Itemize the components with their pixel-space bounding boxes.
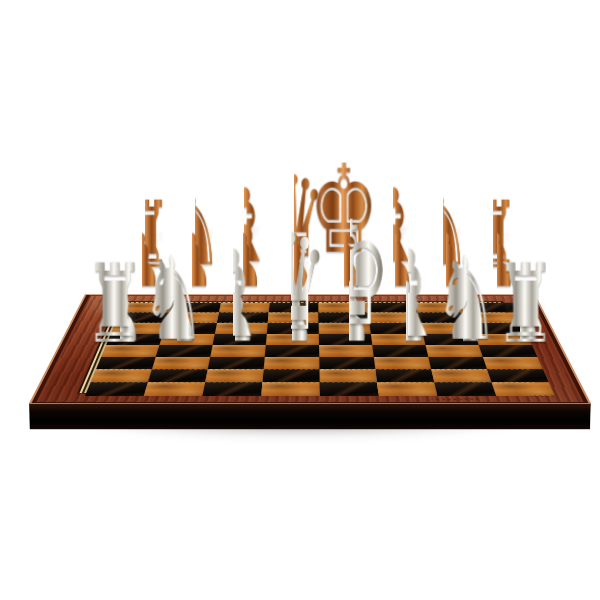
square-g1: ♞♞ [434, 382, 496, 396]
square-h1: ♜♜ [492, 382, 555, 396]
square-e1: ♚♚ [320, 382, 379, 396]
square-a1: ♜♜ [85, 382, 148, 396]
piece-reflection: ♞ [140, 280, 206, 395]
inlay-band: ♜♜♞♞♝♝♛♛♚♚♝♝♞♞♜♜♟♟♟♟♟♟♟♟♟♟♟♟♟♟♟♟♟♟♟♟♟♟♟♟… [78, 301, 541, 393]
piece-reflection: ♞ [434, 280, 500, 395]
engraving-mark [431, 398, 478, 400]
piece-reflection: ♜ [494, 287, 556, 395]
chess-set-scene: ♜♜♞♞♝♝♛♛♚♚♝♝♞♞♜♜♟♟♟♟♟♟♟♟♟♟♟♟♟♟♟♟♟♟♟♟♟♟♟♟… [60, 93, 560, 593]
piece-reflection: ♜ [84, 287, 146, 395]
board-front-edge [29, 403, 591, 429]
board-grid: ♜♜♞♞♝♝♛♛♚♚♝♝♞♞♜♜♟♟♟♟♟♟♟♟♟♟♟♟♟♟♟♟♟♟♟♟♟♟♟♟… [85, 303, 555, 396]
studio-backdrop: ♜♜♞♞♝♝♛♛♚♚♝♝♞♞♜♜♟♟♟♟♟♟♟♟♟♟♟♟♟♟♟♟♟♟♟♟♟♟♟♟… [0, 0, 600, 600]
chessboard: ♜♜♞♞♝♝♛♛♚♚♝♝♞♞♜♜♟♟♟♟♟♟♟♟♟♟♟♟♟♟♟♟♟♟♟♟♟♟♟♟… [29, 294, 591, 404]
piece-reflection: ♚ [308, 251, 391, 395]
square-b1: ♞♞ [144, 382, 205, 396]
